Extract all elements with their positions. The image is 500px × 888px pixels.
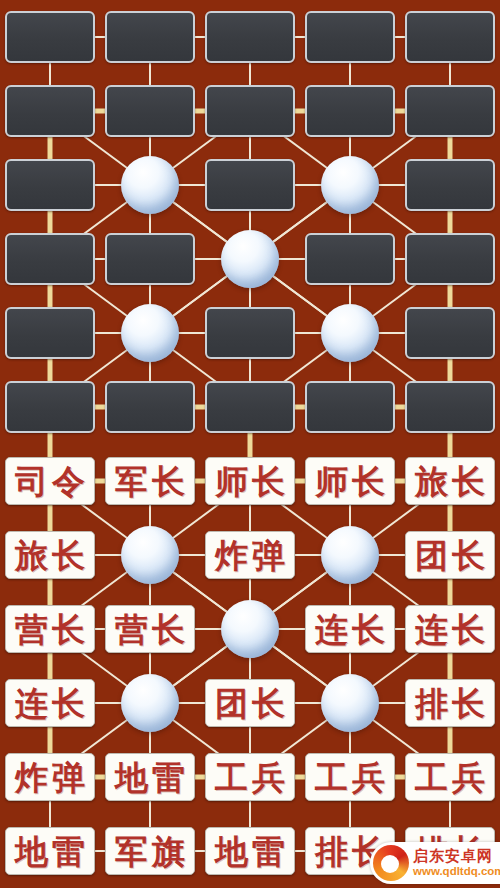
- piece-tile[interactable]: 团长: [205, 679, 295, 727]
- hidden-enemy-piece[interactable]: [205, 85, 295, 137]
- board-cell: 营长: [100, 592, 200, 666]
- camp-marker[interactable]: [121, 526, 179, 584]
- board-cell: [100, 666, 200, 740]
- piece-tile[interactable]: 炸弹: [205, 531, 295, 579]
- site-watermark: 启东安卓网 www.qdltdq.com: [370, 842, 500, 884]
- board-cell: [200, 148, 300, 222]
- piece-tile[interactable]: 工兵: [205, 753, 295, 801]
- piece-tile[interactable]: 地雷: [105, 753, 195, 801]
- board-cell: [400, 370, 500, 444]
- hidden-enemy-piece[interactable]: [405, 11, 495, 63]
- piece-tile[interactable]: 旅长: [405, 457, 495, 505]
- hidden-enemy-piece[interactable]: [205, 159, 295, 211]
- board-cell: [0, 222, 100, 296]
- piece-tile[interactable]: 连长: [405, 605, 495, 653]
- hidden-enemy-piece[interactable]: [405, 159, 495, 211]
- board-cell: [0, 74, 100, 148]
- board-cell: [400, 0, 500, 74]
- board-cell: [300, 370, 400, 444]
- board-cell: 炸弹: [0, 740, 100, 814]
- piece-tile[interactable]: 炸弹: [5, 753, 95, 801]
- piece-tile[interactable]: 排长: [405, 679, 495, 727]
- board-cell: [300, 74, 400, 148]
- board-cell: [100, 370, 200, 444]
- board-cell: [100, 518, 200, 592]
- board-cell: [400, 148, 500, 222]
- board-cell: 排长: [400, 666, 500, 740]
- hidden-enemy-piece[interactable]: [105, 85, 195, 137]
- piece-tile[interactable]: 工兵: [305, 753, 395, 801]
- watermark-text: 启东安卓网 www.qdltdq.com: [413, 848, 500, 877]
- camp-marker[interactable]: [121, 156, 179, 214]
- hidden-enemy-piece[interactable]: [405, 307, 495, 359]
- piece-tile[interactable]: 营长: [105, 605, 195, 653]
- piece-tile[interactable]: 团长: [405, 531, 495, 579]
- camp-marker[interactable]: [321, 304, 379, 362]
- board-cell: 炸弹: [200, 518, 300, 592]
- camp-marker[interactable]: [321, 156, 379, 214]
- board-cell: 地雷: [0, 814, 100, 888]
- hidden-enemy-piece[interactable]: [5, 381, 95, 433]
- piece-tile[interactable]: 师长: [305, 457, 395, 505]
- board-cell: 工兵: [200, 740, 300, 814]
- board-cell: [100, 74, 200, 148]
- hidden-enemy-piece[interactable]: [305, 381, 395, 433]
- piece-tile[interactable]: 营长: [5, 605, 95, 653]
- board-cell: [400, 296, 500, 370]
- hidden-enemy-piece[interactable]: [5, 11, 95, 63]
- board-cell: 地雷: [200, 814, 300, 888]
- board-cell: [0, 296, 100, 370]
- board-cell: 司令: [0, 444, 100, 518]
- hidden-enemy-piece[interactable]: [305, 233, 395, 285]
- board-cell: 连长: [0, 666, 100, 740]
- camp-marker[interactable]: [321, 674, 379, 732]
- board-cell: [100, 296, 200, 370]
- piece-tile[interactable]: 司令: [5, 457, 95, 505]
- board-cell: [300, 518, 400, 592]
- board-cell: 师长: [200, 444, 300, 518]
- hidden-enemy-piece[interactable]: [5, 233, 95, 285]
- piece-tile[interactable]: 地雷: [5, 827, 95, 875]
- hidden-enemy-piece[interactable]: [405, 233, 495, 285]
- board-cell: 工兵: [400, 740, 500, 814]
- board-cell: 地雷: [100, 740, 200, 814]
- board-cell: 连长: [400, 592, 500, 666]
- board-cell: [400, 74, 500, 148]
- hidden-enemy-piece[interactable]: [105, 11, 195, 63]
- board-cell: [200, 296, 300, 370]
- board-cell: [200, 0, 300, 74]
- camp-marker[interactable]: [221, 600, 279, 658]
- hidden-enemy-piece[interactable]: [405, 381, 495, 433]
- piece-tile[interactable]: 连长: [5, 679, 95, 727]
- watermark-site-name: 启东安卓网: [413, 848, 500, 865]
- board-cell: [400, 222, 500, 296]
- hidden-enemy-piece[interactable]: [305, 11, 395, 63]
- board-cell: 营长: [0, 592, 100, 666]
- hidden-enemy-piece[interactable]: [105, 381, 195, 433]
- board-cell: 军长: [100, 444, 200, 518]
- board-cell: [200, 592, 300, 666]
- board-cell: 旅长: [0, 518, 100, 592]
- watermark-url: www.qdltdq.com: [413, 865, 500, 878]
- board-cell: [0, 148, 100, 222]
- board-cell: [100, 222, 200, 296]
- camp-marker[interactable]: [121, 674, 179, 732]
- hidden-enemy-piece[interactable]: [5, 159, 95, 211]
- board-cell: [200, 222, 300, 296]
- board-cell: [200, 370, 300, 444]
- board-cell: [300, 148, 400, 222]
- board-cell: 旅长: [400, 444, 500, 518]
- hidden-enemy-piece[interactable]: [5, 307, 95, 359]
- hidden-enemy-piece[interactable]: [405, 85, 495, 137]
- board-cell: 师长: [300, 444, 400, 518]
- board-cell: [100, 0, 200, 74]
- hidden-enemy-piece[interactable]: [5, 85, 95, 137]
- board-cell: [300, 296, 400, 370]
- board-cell: 团长: [400, 518, 500, 592]
- site-logo-icon: [373, 845, 409, 881]
- board-cell: [100, 148, 200, 222]
- piece-tile[interactable]: 师长: [205, 457, 295, 505]
- hidden-enemy-piece[interactable]: [205, 11, 295, 63]
- camp-marker[interactable]: [221, 230, 279, 288]
- board-cell: [300, 666, 400, 740]
- luzhanqi-board: 司令军长师长师长旅长旅长炸弹团长营长营长连长连长连长团长排长炸弹地雷工兵工兵工兵…: [0, 0, 500, 888]
- piece-tile[interactable]: 旅长: [5, 531, 95, 579]
- hidden-enemy-piece[interactable]: [305, 85, 395, 137]
- board-cell: 工兵: [300, 740, 400, 814]
- board-cell: 连长: [300, 592, 400, 666]
- board-cell: 团长: [200, 666, 300, 740]
- hidden-enemy-piece[interactable]: [205, 307, 295, 359]
- piece-tile[interactable]: 军旗: [105, 827, 195, 875]
- board-cell: [0, 370, 100, 444]
- piece-tile[interactable]: 军长: [105, 457, 195, 505]
- camp-marker[interactable]: [321, 526, 379, 584]
- piece-tile[interactable]: 地雷: [205, 827, 295, 875]
- board-cell: [300, 222, 400, 296]
- piece-tile[interactable]: 工兵: [405, 753, 495, 801]
- piece-tile[interactable]: 连长: [305, 605, 395, 653]
- camp-marker[interactable]: [121, 304, 179, 362]
- hidden-enemy-piece[interactable]: [205, 381, 295, 433]
- hidden-enemy-piece[interactable]: [105, 233, 195, 285]
- board-cell: [0, 0, 100, 74]
- board-cell: [200, 74, 300, 148]
- board-cell: [300, 0, 400, 74]
- board-cell: 军旗: [100, 814, 200, 888]
